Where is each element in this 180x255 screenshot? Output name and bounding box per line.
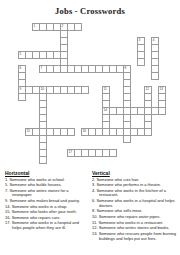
vertical-heading: Vertical xyxy=(92,170,180,176)
clue-number: 6 xyxy=(20,67,22,70)
crossword-cell[interactable] xyxy=(151,72,159,80)
clue-number: 9 xyxy=(20,88,22,91)
crossword-cell[interactable] xyxy=(109,149,117,157)
horizontal-clues-column: Horizontal 1. Someone who works at schoo… xyxy=(0,170,88,242)
crossword-cell[interactable] xyxy=(137,128,145,136)
clue-number: 15 xyxy=(27,130,31,133)
clue-number: 3 xyxy=(139,39,141,42)
clue-item: 13. Someone who rescues people from burn… xyxy=(92,232,180,242)
page-title: Jobs - Crosswords xyxy=(0,6,180,16)
crossword-cell[interactable] xyxy=(137,58,145,66)
clue-number: 12 xyxy=(146,88,150,91)
horizontal-heading: Horizontal xyxy=(5,170,88,176)
clue-number: 10 xyxy=(41,88,45,91)
crossword-cell[interactable] xyxy=(53,51,61,59)
crossword-cell[interactable] xyxy=(74,23,82,31)
crossword-cell[interactable] xyxy=(67,128,75,136)
crossword-cell[interactable] xyxy=(123,135,131,143)
clue-number: 16 xyxy=(83,130,87,133)
clue-number: 14 xyxy=(104,109,108,112)
clue-number: 7 xyxy=(41,67,43,70)
crossword-cell[interactable] xyxy=(53,65,61,73)
crossword-cell[interactable] xyxy=(151,107,159,115)
horizontal-clue-list: 1. Someone who works at school.5. Someon… xyxy=(5,178,88,232)
clue-item: 17. Someone who works in a hospital and … xyxy=(5,221,88,231)
crossword-cell[interactable] xyxy=(18,93,26,101)
crossword-cell[interactable] xyxy=(158,107,166,115)
clue-number: 17 xyxy=(69,151,73,154)
clue-number: 4 xyxy=(153,39,155,42)
clue-item: 7. Someone who writes stories for a news… xyxy=(5,189,88,199)
clue-number: 13 xyxy=(160,88,164,91)
crossword-cell[interactable] xyxy=(32,128,40,136)
crossword-cell[interactable] xyxy=(39,156,47,164)
crossword-cell[interactable] xyxy=(144,128,152,136)
vertical-clue-list: 2. Someone who cuts hair.3. Someone who … xyxy=(92,178,180,242)
crossword-cell[interactable] xyxy=(137,107,145,115)
clue-item: 4. Someone who works in the kitchen of a… xyxy=(92,189,180,199)
clue-number: 8 xyxy=(125,67,127,70)
crossword-cell[interactable] xyxy=(81,86,89,94)
clue-number: 1 xyxy=(34,25,36,28)
crossword-grid: 1234569781011141213151617 xyxy=(11,23,169,165)
clue-number: 11 xyxy=(104,88,107,91)
vertical-clues-column: Vertical 2. Someone who cuts hair.3. Som… xyxy=(88,170,180,242)
crossword-cell[interactable] xyxy=(116,107,124,115)
clue-item: 6. Someone who works in a hospital and h… xyxy=(92,199,180,209)
clue-lists: Horizontal 1. Someone who works at schoo… xyxy=(0,170,180,242)
crossword-cell[interactable] xyxy=(116,128,124,136)
clue-number: 5 xyxy=(20,53,22,56)
clue-number: 2 xyxy=(62,25,64,28)
